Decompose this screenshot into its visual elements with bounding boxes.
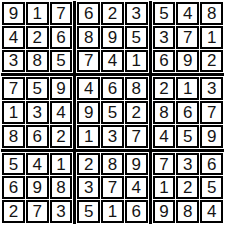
sudoku-cell[interactable]: 7 [2,77,25,100]
cell-digit: 4 [132,179,141,196]
cell-digit: 1 [84,128,93,145]
cell-digit: 3 [56,203,65,220]
sudoku-cell[interactable]: 4 [77,77,100,100]
sudoku-box: 213867459 [152,76,224,148]
sudoku-cell[interactable]: 1 [125,50,148,73]
sudoku-cell[interactable]: 6 [200,153,223,176]
sudoku-board: 9174263856238957415483716927591348624689… [0,0,225,225]
cell-digit: 2 [207,52,216,69]
sudoku-cell[interactable]: 4 [50,101,73,124]
sudoku-cell[interactable]: 8 [176,200,199,223]
sudoku-cell[interactable]: 3 [50,200,73,223]
cell-digit: 4 [9,29,18,46]
cell-digit: 6 [108,80,117,97]
sudoku-cell[interactable]: 6 [125,200,148,223]
cell-digit: 7 [32,203,41,220]
sudoku-cell[interactable]: 6 [77,2,100,25]
cell-digit: 8 [56,179,65,196]
sudoku-cell[interactable]: 5 [176,125,199,148]
cell-digit: 3 [183,156,192,173]
cell-digit: 5 [56,52,65,69]
cell-digit: 5 [84,203,93,220]
sudoku-cell[interactable]: 9 [101,26,124,49]
sudoku-cell[interactable]: 1 [200,26,223,49]
cell-digit: 2 [183,179,192,196]
cell-digit: 5 [132,29,141,46]
cell-digit: 3 [108,128,117,145]
sudoku-cell[interactable]: 7 [77,50,100,73]
cell-digit: 3 [207,80,216,97]
sudoku-box: 759134862 [1,76,73,148]
sudoku-cell[interactable]: 3 [101,125,124,148]
cell-digit: 7 [84,52,93,69]
cell-digit: 4 [108,52,117,69]
cell-digit: 6 [84,5,93,22]
sudoku-cell[interactable]: 2 [176,176,199,199]
sudoku-cell[interactable]: 3 [153,26,176,49]
cell-digit: 4 [32,156,41,173]
cell-digit: 5 [183,128,192,145]
sudoku-cell[interactable]: 6 [176,101,199,124]
sudoku-cell[interactable]: 5 [50,50,73,73]
cell-digit: 9 [84,104,93,121]
cell-digit: 6 [132,203,141,220]
sudoku-cell[interactable]: 7 [26,200,49,223]
cell-digit: 2 [56,128,65,145]
sudoku-cell[interactable]: 9 [125,153,148,176]
cell-digit: 6 [183,104,192,121]
sudoku-cell[interactable]: 7 [200,101,223,124]
cell-digit: 1 [132,52,141,69]
cell-digit: 9 [32,179,41,196]
cell-digit: 5 [9,156,18,173]
cell-digit: 2 [159,80,168,97]
cell-digit: 4 [56,104,65,121]
sudoku-cell[interactable]: 9 [176,50,199,73]
sudoku-cell[interactable]: 7 [176,26,199,49]
sudoku-cell[interactable]: 3 [200,77,223,100]
sudoku-cell[interactable]: 2 [77,153,100,176]
cell-digit: 5 [32,80,41,97]
sudoku-cell[interactable]: 8 [77,26,100,49]
sudoku-cell[interactable]: 5 [26,77,49,100]
sudoku-cell[interactable]: 7 [50,2,73,25]
cell-digit: 2 [32,29,41,46]
sudoku-box: 623895741 [76,1,148,73]
cell-digit: 7 [9,80,18,97]
cell-digit: 1 [108,203,117,220]
sudoku-cell[interactable]: 9 [2,2,25,25]
cell-digit: 7 [159,156,168,173]
sudoku-cell[interactable]: 6 [153,50,176,73]
cell-digit: 5 [159,5,168,22]
cell-digit: 8 [84,29,93,46]
cell-digit: 3 [32,104,41,121]
sudoku-cell[interactable]: 1 [153,176,176,199]
sudoku-cell[interactable]: 8 [101,153,124,176]
sudoku-cell[interactable]: 6 [2,176,25,199]
cell-digit: 3 [159,29,168,46]
cell-digit: 6 [207,156,216,173]
cell-digit: 2 [108,5,117,22]
cell-digit: 3 [9,52,18,69]
sudoku-cell[interactable]: 5 [200,176,223,199]
sudoku-box: 736125984 [152,152,224,224]
cell-digit: 6 [9,179,18,196]
sudoku-cell[interactable]: 7 [125,125,148,148]
cell-digit: 9 [159,203,168,220]
cell-digit: 3 [84,179,93,196]
sudoku-cell[interactable]: 8 [153,101,176,124]
cell-digit: 3 [132,5,141,22]
sudoku-cell[interactable]: 2 [101,2,124,25]
cell-digit: 1 [159,179,168,196]
sudoku-cell[interactable]: 4 [153,125,176,148]
sudoku-cell[interactable]: 1 [176,77,199,100]
sudoku-cell[interactable]: 2 [200,50,223,73]
sudoku-box: 289374516 [76,152,148,224]
sudoku-cell[interactable]: 1 [101,200,124,223]
cell-digit: 1 [207,29,216,46]
cell-digit: 2 [9,203,18,220]
cell-digit: 1 [183,80,192,97]
cell-digit: 6 [56,29,65,46]
cell-digit: 4 [159,128,168,145]
sudoku-cell[interactable]: 8 [2,125,25,148]
sudoku-cell[interactable]: 5 [125,26,148,49]
sudoku-cell[interactable]: 4 [176,2,199,25]
cell-digit: 2 [132,104,141,121]
cell-digit: 6 [32,128,41,145]
cell-digit: 7 [132,128,141,145]
sudoku-cell[interactable]: 7 [101,176,124,199]
sudoku-cell[interactable]: 2 [50,125,73,148]
sudoku-cell[interactable]: 8 [50,176,73,199]
sudoku-cell[interactable]: 1 [77,125,100,148]
sudoku-cell[interactable]: 8 [200,2,223,25]
cell-digit: 7 [56,5,65,22]
sudoku-cell[interactable]: 5 [153,2,176,25]
cell-digit: 1 [9,104,18,121]
cell-digit: 8 [159,104,168,121]
sudoku-cell[interactable]: 8 [125,77,148,100]
cell-digit: 9 [132,156,141,173]
sudoku-cell[interactable]: 9 [200,125,223,148]
cell-digit: 9 [108,29,117,46]
sudoku-cell[interactable]: 3 [26,101,49,124]
sudoku-cell[interactable]: 9 [26,176,49,199]
sudoku-cell[interactable]: 2 [2,200,25,223]
sudoku-cell[interactable]: 2 [125,101,148,124]
sudoku-cell[interactable]: 5 [77,200,100,223]
sudoku-cell[interactable]: 4 [26,153,49,176]
sudoku-box: 468952137 [76,76,148,148]
sudoku-cell[interactable]: 4 [101,50,124,73]
sudoku-cell[interactable]: 3 [125,2,148,25]
sudoku-cell[interactable]: 3 [2,50,25,73]
sudoku-cell[interactable]: 4 [200,200,223,223]
sudoku-cell[interactable]: 1 [26,2,49,25]
cell-digit: 8 [108,156,117,173]
cell-digit: 4 [207,203,216,220]
cell-digit: 4 [183,5,192,22]
sudoku-cell[interactable]: 5 [101,101,124,124]
sudoku-cell[interactable]: 7 [153,153,176,176]
cell-digit: 2 [84,156,93,173]
cell-digit: 4 [84,80,93,97]
cell-digit: 9 [207,128,216,145]
cell-digit: 8 [132,80,141,97]
cell-digit: 9 [56,80,65,97]
cell-digit: 8 [32,52,41,69]
cell-digit: 6 [159,52,168,69]
sudoku-grid: 9174263856238957415483716927591348624689… [1,1,224,224]
cell-digit: 7 [108,179,117,196]
sudoku-cell[interactable]: 9 [153,200,176,223]
sudoku-cell[interactable]: 8 [26,50,49,73]
sudoku-cell[interactable]: 1 [2,101,25,124]
sudoku-cell[interactable]: 4 [2,26,25,49]
sudoku-cell[interactable]: 5 [2,153,25,176]
cell-digit: 8 [207,5,216,22]
sudoku-cell[interactable]: 1 [50,153,73,176]
sudoku-box: 917426385 [1,1,73,73]
cell-digit: 8 [9,128,18,145]
sudoku-cell[interactable]: 3 [176,153,199,176]
cell-digit: 1 [56,156,65,173]
cell-digit: 9 [9,5,18,22]
cell-digit: 5 [108,104,117,121]
sudoku-box: 548371692 [152,1,224,73]
sudoku-cell[interactable]: 9 [77,101,100,124]
sudoku-box: 541698273 [1,152,73,224]
cell-digit: 1 [32,5,41,22]
sudoku-cell[interactable]: 9 [50,77,73,100]
cell-digit: 9 [183,52,192,69]
sudoku-cell[interactable]: 2 [153,77,176,100]
cell-digit: 7 [207,104,216,121]
cell-digit: 5 [207,179,216,196]
sudoku-cell[interactable]: 6 [101,77,124,100]
cell-digit: 8 [183,203,192,220]
sudoku-cell[interactable]: 6 [50,26,73,49]
sudoku-cell[interactable]: 4 [125,176,148,199]
sudoku-cell[interactable]: 3 [77,176,100,199]
sudoku-cell[interactable]: 2 [26,26,49,49]
cell-digit: 7 [183,29,192,46]
sudoku-cell[interactable]: 6 [26,125,49,148]
